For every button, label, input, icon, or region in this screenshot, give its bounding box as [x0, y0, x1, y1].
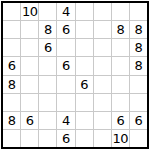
cell-r4c8[interactable]: 8	[130, 57, 147, 74]
cell-r1c3[interactable]	[39, 3, 56, 20]
cell-r8c3[interactable]	[39, 130, 56, 147]
cell-r2c7[interactable]: 8	[112, 21, 129, 38]
cell-r1c4[interactable]: 4	[57, 3, 74, 20]
cell-r1c2[interactable]: 10	[21, 3, 38, 20]
cell-r8c5[interactable]	[76, 130, 93, 147]
cell-r2c6[interactable]	[94, 21, 111, 38]
cell-r7c1[interactable]: 8	[3, 112, 20, 129]
cell-r8c7[interactable]: 10	[112, 130, 129, 147]
cell-r6c3[interactable]	[39, 94, 56, 111]
cell-r2c2[interactable]	[21, 21, 38, 38]
cell-r7c7[interactable]: 6	[112, 112, 129, 129]
cell-r6c6[interactable]	[94, 94, 111, 111]
cell-r8c8[interactable]	[130, 130, 147, 147]
cell-r2c1[interactable]	[3, 21, 20, 38]
cell-r1c8[interactable]	[130, 3, 147, 20]
cell-r6c2[interactable]	[21, 94, 38, 111]
cell-r4c4[interactable]: 6	[57, 57, 74, 74]
cell-r2c4[interactable]: 6	[57, 21, 74, 38]
cell-r1c1[interactable]	[3, 3, 20, 20]
puzzle-board: 1048688686688686466610	[1, 1, 149, 149]
cell-r5c7[interactable]	[112, 76, 129, 93]
cell-r5c5[interactable]: 6	[76, 76, 93, 93]
cell-r7c4[interactable]: 4	[57, 112, 74, 129]
cell-r3c1[interactable]	[3, 39, 20, 56]
cell-r1c6[interactable]	[94, 3, 111, 20]
cell-r4c1[interactable]: 6	[3, 57, 20, 74]
cell-r7c8[interactable]: 6	[130, 112, 147, 129]
cell-r7c5[interactable]	[76, 112, 93, 129]
cell-r3c3[interactable]: 6	[39, 39, 56, 56]
cell-r3c2[interactable]	[21, 39, 38, 56]
cell-r3c8[interactable]: 8	[130, 39, 147, 56]
cell-r8c4[interactable]: 6	[57, 130, 74, 147]
cell-r3c6[interactable]	[94, 39, 111, 56]
cell-r5c8[interactable]	[130, 76, 147, 93]
cell-r6c4[interactable]	[57, 94, 74, 111]
cell-r7c3[interactable]	[39, 112, 56, 129]
cell-r3c7[interactable]	[112, 39, 129, 56]
cell-r6c5[interactable]	[76, 94, 93, 111]
cell-r6c8[interactable]	[130, 94, 147, 111]
cell-r8c2[interactable]	[21, 130, 38, 147]
cell-r8c6[interactable]	[94, 130, 111, 147]
cell-r2c5[interactable]	[76, 21, 93, 38]
cell-r5c4[interactable]	[57, 76, 74, 93]
cell-r5c2[interactable]	[21, 76, 38, 93]
cell-r8c1[interactable]	[3, 130, 20, 147]
cell-r6c7[interactable]	[112, 94, 129, 111]
cell-r4c3[interactable]	[39, 57, 56, 74]
cell-r2c3[interactable]: 8	[39, 21, 56, 38]
cell-r7c6[interactable]	[94, 112, 111, 129]
cell-r7c2[interactable]: 6	[21, 112, 38, 129]
cell-r1c7[interactable]	[112, 3, 129, 20]
cell-r5c6[interactable]	[94, 76, 111, 93]
cell-r6c1[interactable]	[3, 94, 20, 111]
cell-r4c5[interactable]	[76, 57, 93, 74]
cell-r5c3[interactable]	[39, 76, 56, 93]
cell-r1c5[interactable]	[76, 3, 93, 20]
cell-r3c5[interactable]	[76, 39, 93, 56]
cell-r4c2[interactable]	[21, 57, 38, 74]
cell-r5c1[interactable]: 8	[3, 76, 20, 93]
cell-r2c8[interactable]: 8	[130, 21, 147, 38]
cell-r4c7[interactable]	[112, 57, 129, 74]
cell-r3c4[interactable]	[57, 39, 74, 56]
cell-r4c6[interactable]	[94, 57, 111, 74]
